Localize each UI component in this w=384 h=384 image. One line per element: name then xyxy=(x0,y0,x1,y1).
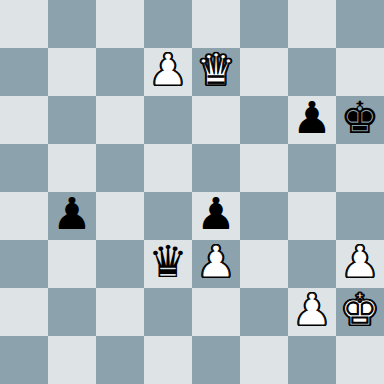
square-a6[interactable] xyxy=(0,96,48,144)
square-d4[interactable] xyxy=(144,192,192,240)
square-e1[interactable] xyxy=(192,336,240,384)
square-b8[interactable] xyxy=(48,0,96,48)
square-c2[interactable] xyxy=(96,288,144,336)
square-f4[interactable] xyxy=(240,192,288,240)
square-a5[interactable] xyxy=(0,144,48,192)
square-a3[interactable] xyxy=(0,240,48,288)
square-d2[interactable] xyxy=(144,288,192,336)
square-f3[interactable] xyxy=(240,240,288,288)
white-queen[interactable]: ♛ xyxy=(196,46,235,94)
square-e6[interactable] xyxy=(192,96,240,144)
square-g5[interactable] xyxy=(288,144,336,192)
square-e5[interactable] xyxy=(192,144,240,192)
square-f7[interactable] xyxy=(240,48,288,96)
square-g8[interactable] xyxy=(288,0,336,48)
chess-board: ♟♛♟♚♟♟♛♟♟♟♚ xyxy=(0,0,384,384)
square-b2[interactable] xyxy=(48,288,96,336)
black-pawn[interactable]: ♟ xyxy=(52,190,91,238)
square-d5[interactable] xyxy=(144,144,192,192)
square-g7[interactable] xyxy=(288,48,336,96)
square-f6[interactable] xyxy=(240,96,288,144)
square-a7[interactable] xyxy=(0,48,48,96)
square-e8[interactable] xyxy=(192,0,240,48)
square-g6[interactable]: ♟ xyxy=(288,96,336,144)
white-king[interactable]: ♚ xyxy=(340,286,379,334)
white-pawn[interactable]: ♟ xyxy=(196,238,235,286)
square-c1[interactable] xyxy=(96,336,144,384)
square-d7[interactable]: ♟ xyxy=(144,48,192,96)
square-a2[interactable] xyxy=(0,288,48,336)
square-b3[interactable] xyxy=(48,240,96,288)
square-a1[interactable] xyxy=(0,336,48,384)
square-g2[interactable]: ♟ xyxy=(288,288,336,336)
square-e4[interactable]: ♟ xyxy=(192,192,240,240)
black-pawn[interactable]: ♟ xyxy=(196,190,235,238)
square-f1[interactable] xyxy=(240,336,288,384)
black-queen[interactable]: ♛ xyxy=(148,238,187,286)
square-b1[interactable] xyxy=(48,336,96,384)
square-d1[interactable] xyxy=(144,336,192,384)
square-f8[interactable] xyxy=(240,0,288,48)
square-d3[interactable]: ♛ xyxy=(144,240,192,288)
square-g3[interactable] xyxy=(288,240,336,288)
square-g4[interactable] xyxy=(288,192,336,240)
square-h8[interactable] xyxy=(336,0,384,48)
square-f2[interactable] xyxy=(240,288,288,336)
square-b6[interactable] xyxy=(48,96,96,144)
square-h4[interactable] xyxy=(336,192,384,240)
square-b5[interactable] xyxy=(48,144,96,192)
square-e2[interactable] xyxy=(192,288,240,336)
square-f5[interactable] xyxy=(240,144,288,192)
square-a8[interactable] xyxy=(0,0,48,48)
square-g1[interactable] xyxy=(288,336,336,384)
white-pawn[interactable]: ♟ xyxy=(340,238,379,286)
square-h7[interactable] xyxy=(336,48,384,96)
square-c4[interactable] xyxy=(96,192,144,240)
square-c8[interactable] xyxy=(96,0,144,48)
square-a4[interactable] xyxy=(0,192,48,240)
square-c3[interactable] xyxy=(96,240,144,288)
square-b7[interactable] xyxy=(48,48,96,96)
square-h1[interactable] xyxy=(336,336,384,384)
square-h3[interactable]: ♟ xyxy=(336,240,384,288)
square-h6[interactable]: ♚ xyxy=(336,96,384,144)
square-d8[interactable] xyxy=(144,0,192,48)
square-c5[interactable] xyxy=(96,144,144,192)
square-b4[interactable]: ♟ xyxy=(48,192,96,240)
square-h5[interactable] xyxy=(336,144,384,192)
square-c6[interactable] xyxy=(96,96,144,144)
white-pawn[interactable]: ♟ xyxy=(148,46,187,94)
black-king[interactable]: ♚ xyxy=(340,94,379,142)
square-d6[interactable] xyxy=(144,96,192,144)
white-pawn[interactable]: ♟ xyxy=(292,286,331,334)
square-e7[interactable]: ♛ xyxy=(192,48,240,96)
square-c7[interactable] xyxy=(96,48,144,96)
square-h2[interactable]: ♚ xyxy=(336,288,384,336)
square-e3[interactable]: ♟ xyxy=(192,240,240,288)
black-pawn[interactable]: ♟ xyxy=(292,94,331,142)
